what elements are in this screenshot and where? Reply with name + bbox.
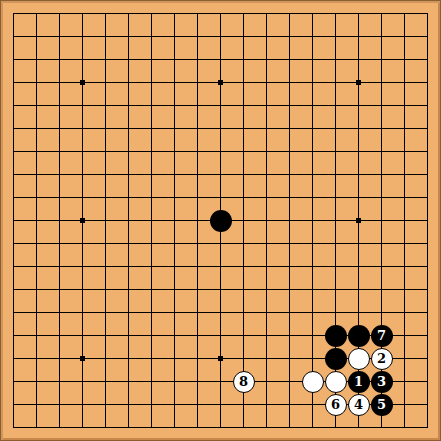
intersection-P4 — [324, 347, 347, 370]
white-stone-move-6-P2: 6 — [325, 394, 347, 416]
black-stone-move-7-R5: 7 — [371, 325, 393, 347]
black-stone-P4 — [325, 348, 347, 370]
white-stone-P3 — [325, 371, 347, 393]
white-stone-move-4-Q2: 4 — [348, 394, 370, 416]
black-stone-move-1-Q3: 1 — [348, 371, 370, 393]
black-stone-move-3-R3: 3 — [371, 371, 393, 393]
intersection-R5: 7 — [370, 324, 393, 347]
white-stone-move-2-R4: 2 — [371, 348, 393, 370]
intersection-P5 — [324, 324, 347, 347]
intersection-R3: 3 — [370, 370, 393, 393]
stones-layer: 72138645 — [2, 2, 439, 439]
intersection-P3 — [324, 370, 347, 393]
black-stone-Q5 — [348, 325, 370, 347]
black-stone-move-5-R2: 5 — [371, 394, 393, 416]
intersection-P2: 6 — [324, 393, 347, 416]
intersection-Q4 — [347, 347, 370, 370]
intersection-Q2: 4 — [347, 393, 370, 416]
intersection-Q3: 1 — [347, 370, 370, 393]
intersection-R2: 5 — [370, 393, 393, 416]
black-stone-K10 — [210, 210, 232, 232]
go-board: 72138645 — [0, 0, 441, 441]
white-stone-Q4 — [348, 348, 370, 370]
white-stone-O3 — [302, 371, 324, 393]
intersection-R4: 2 — [370, 347, 393, 370]
intersection-K10 — [209, 209, 232, 232]
intersection-O3 — [301, 370, 324, 393]
black-stone-P5 — [325, 325, 347, 347]
intersection-Q5 — [347, 324, 370, 347]
intersection-L3: 8 — [232, 370, 255, 393]
white-stone-move-8-L3: 8 — [233, 371, 255, 393]
